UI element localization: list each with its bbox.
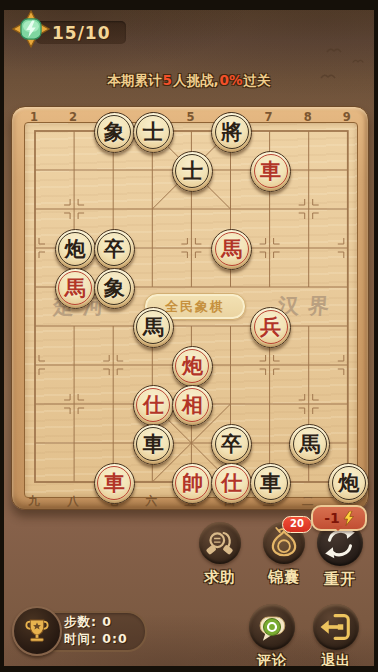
- piece-black-士[interactable]: 士: [172, 151, 213, 192]
- piece-black-馬[interactable]: 馬: [289, 424, 330, 465]
- stats-text: 步数: 0 时间: 0:0: [64, 613, 128, 647]
- steps-value: 0: [102, 614, 112, 629]
- game-screen: 15/10 本期累计 5 人挑战, 0% 过关 123456789 九八七六五四…: [0, 0, 378, 672]
- piece-black-將[interactable]: 將: [211, 112, 252, 153]
- note-count: 5: [163, 71, 172, 89]
- bird-icon: [352, 58, 364, 64]
- tips-button-circle: 20: [263, 522, 305, 564]
- piece-red-車[interactable]: 車: [94, 463, 135, 504]
- piece-red-帥[interactable]: 帥: [172, 463, 213, 504]
- screen-bezel-top: [0, 0, 378, 10]
- board-col-label: 5: [180, 110, 200, 124]
- help-button-label: 求助: [188, 568, 252, 587]
- piece-black-車[interactable]: 車: [250, 463, 291, 504]
- steps-label: 步数:: [64, 614, 97, 629]
- tips-button[interactable]: 20 锦囊: [252, 522, 316, 587]
- piece-red-炮[interactable]: 炮: [172, 346, 213, 387]
- restart-button-label: 重开: [308, 570, 372, 589]
- piece-character: 馬: [65, 277, 86, 298]
- board-row-label: 九: [24, 494, 44, 508]
- piece-character: 車: [260, 472, 281, 493]
- restart-cost-value: -1: [324, 510, 340, 526]
- piece-character: 車: [143, 433, 164, 454]
- energy-value: 15/10: [52, 22, 124, 44]
- piece-character: 馬: [299, 433, 320, 454]
- time-value: 0:0: [102, 631, 127, 646]
- piece-red-馬[interactable]: 馬: [211, 229, 252, 270]
- piece-character: 相: [182, 394, 203, 415]
- piece-character: 士: [143, 121, 164, 142]
- board-row-label: 六: [141, 494, 161, 508]
- time-label: 时间:: [64, 631, 97, 646]
- piece-character: 士: [182, 160, 203, 181]
- help-button-circle: [199, 522, 241, 564]
- piece-character: 仕: [221, 472, 242, 493]
- energy-gem-icon: [12, 10, 50, 48]
- piece-character: 兵: [260, 316, 281, 337]
- piece-red-相[interactable]: 相: [172, 385, 213, 426]
- trophy-icon: [20, 614, 54, 648]
- piece-black-車[interactable]: 車: [133, 424, 174, 465]
- board-field[interactable]: 楚河 汉界 全民象棋 象士將士車炮卒馬馬象馬兵炮仕相車卒馬車帥仕車炮: [24, 122, 358, 498]
- piece-character: 馬: [143, 316, 164, 337]
- hands-salute-icon: [200, 523, 240, 563]
- piece-character: 炮: [338, 472, 359, 493]
- restart-cost-badge: -1: [311, 505, 367, 531]
- exit-button-circle: [313, 604, 359, 650]
- challenge-note: 本期累计 5 人挑战, 0% 过关: [0, 71, 378, 89]
- piece-black-象[interactable]: 象: [94, 112, 135, 153]
- screen-bezel-left: [0, 0, 4, 672]
- note-percent: 0%: [220, 71, 243, 89]
- piece-character: 象: [104, 277, 125, 298]
- piece-character: 炮: [182, 355, 203, 376]
- board-col-label: 8: [298, 110, 318, 124]
- comment-button-circle: [249, 604, 295, 650]
- piece-red-仕[interactable]: 仕: [133, 385, 174, 426]
- tips-button-label: 锦囊: [252, 568, 316, 587]
- piece-red-兵[interactable]: 兵: [250, 307, 291, 348]
- piece-character: 車: [104, 472, 125, 493]
- piece-black-象[interactable]: 象: [94, 268, 135, 309]
- piece-character: 仕: [143, 394, 164, 415]
- note-text: 人挑战,: [173, 71, 219, 89]
- trophy-badge[interactable]: [12, 606, 62, 656]
- xiangqi-board: 123456789 九八七六五四三二一 楚河 汉界 全民象棋 象士將士車炮卒馬馬…: [11, 106, 369, 510]
- screen-bezel-bottom: [0, 666, 378, 672]
- help-button[interactable]: 求助: [188, 522, 252, 587]
- piece-red-仕[interactable]: 仕: [211, 463, 252, 504]
- piece-character: 卒: [221, 433, 242, 454]
- piece-black-炮[interactable]: 炮: [328, 463, 369, 504]
- board-col-label: 9: [337, 110, 357, 124]
- record-ring-icon: [263, 618, 282, 637]
- piece-character: 卒: [104, 238, 125, 259]
- piece-character: 馬: [221, 238, 242, 259]
- note-text: 过关: [243, 71, 270, 89]
- piece-red-馬[interactable]: 馬: [55, 268, 96, 309]
- lightning-icon: [343, 511, 354, 526]
- piece-black-士[interactable]: 士: [133, 112, 174, 153]
- exit-button[interactable]: 退出: [306, 604, 366, 670]
- piece-character: 帥: [182, 472, 203, 493]
- piece-character: 炮: [65, 238, 86, 259]
- piece-red-車[interactable]: 車: [250, 151, 291, 192]
- board-row-label: 八: [63, 494, 83, 508]
- board-col-label: 2: [63, 110, 83, 124]
- comment-button[interactable]: 评论: [242, 604, 302, 670]
- piece-black-卒[interactable]: 卒: [94, 229, 135, 270]
- piece-black-馬[interactable]: 馬: [133, 307, 174, 348]
- piece-black-炮[interactable]: 炮: [55, 229, 96, 270]
- screen-bezel-right: [374, 0, 378, 672]
- bird-icon: [326, 46, 342, 54]
- exit-door-icon: [316, 607, 356, 647]
- board-col-label: 1: [24, 110, 44, 124]
- piece-character: 將: [221, 121, 242, 142]
- piece-black-卒[interactable]: 卒: [211, 424, 252, 465]
- note-text: 本期累计: [108, 71, 162, 89]
- piece-character: 車: [260, 160, 281, 181]
- board-col-label: 7: [259, 110, 279, 124]
- piece-character: 象: [104, 121, 125, 142]
